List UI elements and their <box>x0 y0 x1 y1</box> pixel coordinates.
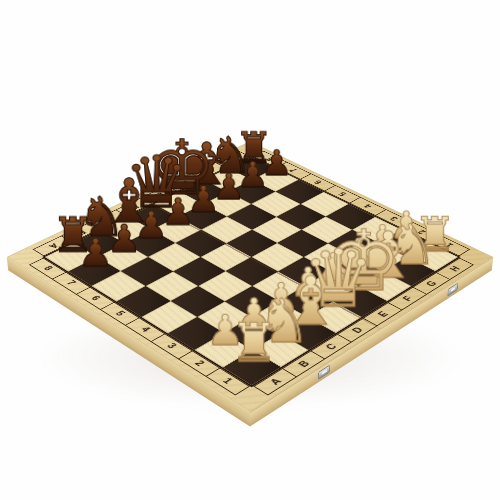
white-rook-icon: ♜ <box>187 315 322 369</box>
file-label-A: A <box>268 377 283 386</box>
photo-stage: ABCDEFGH ABCDEFGH 87654321 87654321 ♜♞♝♛… <box>0 0 500 500</box>
rank-label-1: 1 <box>220 377 234 386</box>
rank-label-5: 5 <box>113 310 126 317</box>
rank-label-6: 6 <box>88 295 101 302</box>
black-pawn-icon: ♟ <box>35 234 157 273</box>
rank-label-4: 4 <box>138 326 151 334</box>
rank-label-7: 7 <box>65 280 78 287</box>
rank-label-5: 5 <box>337 191 348 197</box>
